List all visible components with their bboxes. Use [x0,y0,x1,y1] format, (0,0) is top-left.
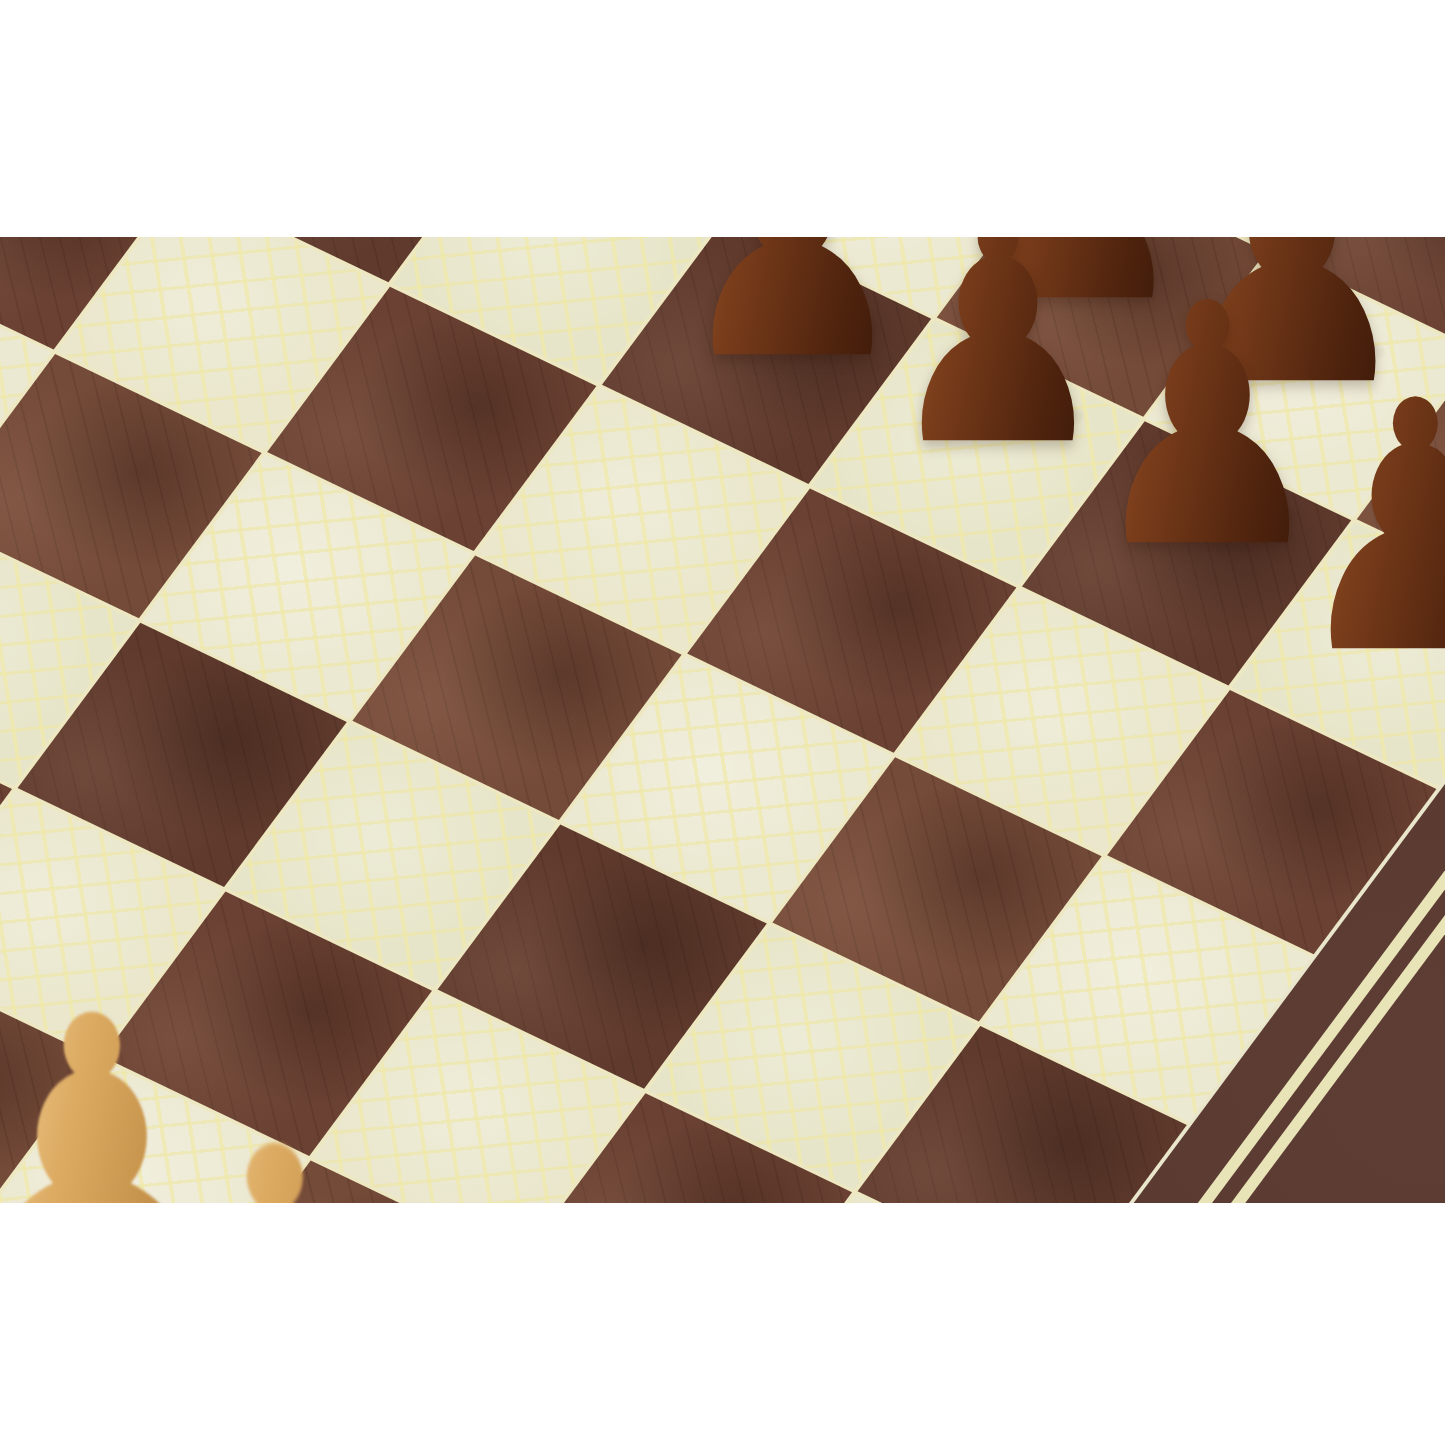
letterbox-top [0,0,1445,237]
letterbox-bottom [0,1203,1445,1445]
black-pawn: ♟ [1274,356,1445,701]
white-pawn: ♟ [99,1093,452,1203]
product-photo-page: ♟♟♟♟♟♟♟♟ [0,0,1445,1445]
chess-photo: ♟♟♟♟♟♟♟♟ [0,237,1445,1203]
